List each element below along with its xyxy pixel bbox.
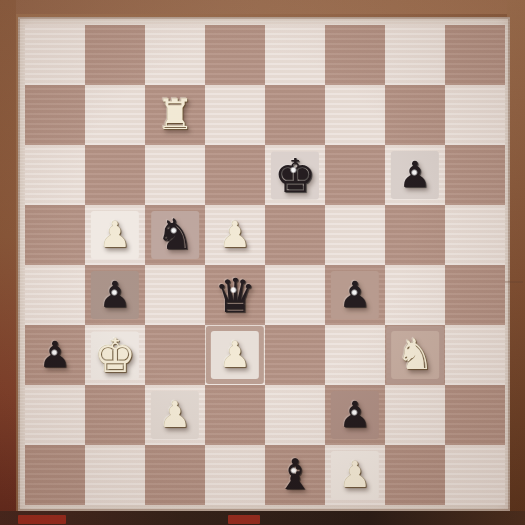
chessboard-photo: ♜♚♟♟♞♟♟♛♟♟♚♟♞♟♟♟♝: [0, 0, 525, 525]
frame-top-edge: [0, 0, 525, 14]
square-c4[interactable]: [145, 265, 205, 325]
square-a2[interactable]: [25, 385, 85, 445]
square-h5[interactable]: [445, 205, 505, 265]
square-h8[interactable]: [445, 25, 505, 85]
square-g8[interactable]: [385, 25, 445, 85]
white-pawn-glyph: ♟: [219, 337, 251, 373]
square-a8[interactable]: [25, 25, 85, 85]
square-g2[interactable]: [385, 385, 445, 445]
frame-red-accent: [228, 515, 260, 524]
square-g4[interactable]: [385, 265, 445, 325]
piece-black-pawn-a3[interactable]: ♟: [39, 337, 71, 373]
piece-black-pawn-f4[interactable]: ♟: [339, 277, 371, 313]
square-b7[interactable]: [85, 85, 145, 145]
piece-white-pawn-c2[interactable]: ♟: [159, 397, 191, 433]
black-pawn-glyph: ♟: [339, 277, 371, 313]
square-h6[interactable]: [445, 145, 505, 205]
white-pawn-glyph: ♟: [99, 217, 131, 253]
square-e8[interactable]: [265, 25, 325, 85]
white-knight-glyph: ♞: [396, 334, 434, 376]
square-g5[interactable]: [385, 205, 445, 265]
piece-white-pawn-d3[interactable]: ♟: [219, 337, 251, 373]
square-c3[interactable]: [145, 325, 205, 385]
square-h4[interactable]: [445, 265, 505, 325]
piece-black-pawn-f2[interactable]: ♟: [339, 397, 371, 433]
piece-white-pawn-b5[interactable]: ♟: [99, 217, 131, 253]
square-c1[interactable]: [145, 445, 205, 505]
square-e3[interactable]: [265, 325, 325, 385]
square-h3[interactable]: [445, 325, 505, 385]
square-f5[interactable]: [325, 205, 385, 265]
black-bishop-glyph: ♝: [276, 454, 314, 496]
square-f3[interactable]: [325, 325, 385, 385]
square-e2[interactable]: [265, 385, 325, 445]
piece-white-pawn-d5[interactable]: ♟: [219, 217, 251, 253]
frame-left-edge: [0, 0, 16, 525]
piece-white-knight-g3[interactable]: ♞: [396, 334, 434, 376]
square-d6[interactable]: [205, 145, 265, 205]
square-a5[interactable]: [25, 205, 85, 265]
square-f7[interactable]: [325, 85, 385, 145]
square-g1[interactable]: [385, 445, 445, 505]
piece-black-pawn-b4[interactable]: ♟: [99, 277, 131, 313]
square-a4[interactable]: [25, 265, 85, 325]
square-a6[interactable]: [25, 145, 85, 205]
piece-black-pawn-g6[interactable]: ♟: [399, 157, 431, 193]
square-e7[interactable]: [265, 85, 325, 145]
white-pawn-glyph: ♟: [159, 397, 191, 433]
square-g7[interactable]: [385, 85, 445, 145]
black-pawn-glyph: ♟: [99, 277, 131, 313]
frame-bottom-edge: [0, 511, 525, 525]
chess-board-grid: [25, 25, 505, 505]
square-h1[interactable]: [445, 445, 505, 505]
square-b2[interactable]: [85, 385, 145, 445]
square-d2[interactable]: [205, 385, 265, 445]
piece-white-rook-c7[interactable]: ♜: [156, 94, 194, 136]
piece-black-knight-c5[interactable]: ♞: [156, 214, 194, 256]
piece-white-pawn-f1[interactable]: ♟: [339, 457, 371, 493]
black-knight-glyph: ♞: [156, 214, 194, 256]
square-a1[interactable]: [25, 445, 85, 505]
black-pawn-glyph: ♟: [399, 157, 431, 193]
square-d1[interactable]: [205, 445, 265, 505]
black-queen-glyph: ♛: [214, 272, 256, 319]
square-c6[interactable]: [145, 145, 205, 205]
piece-black-bishop-e1[interactable]: ♝: [276, 454, 314, 496]
square-b1[interactable]: [85, 445, 145, 505]
square-d8[interactable]: [205, 25, 265, 85]
square-h7[interactable]: [445, 85, 505, 145]
piece-black-king-e6[interactable]: ♚: [274, 152, 316, 199]
piece-white-king-b3[interactable]: ♚: [94, 332, 136, 379]
frame-red-accent: [18, 515, 66, 524]
square-b8[interactable]: [85, 25, 145, 85]
square-e4[interactable]: [265, 265, 325, 325]
white-king-glyph: ♚: [94, 332, 136, 379]
square-a7[interactable]: [25, 85, 85, 145]
square-c8[interactable]: [145, 25, 205, 85]
square-f6[interactable]: [325, 145, 385, 205]
square-e5[interactable]: [265, 205, 325, 265]
square-b6[interactable]: [85, 145, 145, 205]
square-h2[interactable]: [445, 385, 505, 445]
square-d7[interactable]: [205, 85, 265, 145]
square-f8[interactable]: [325, 25, 385, 85]
white-pawn-glyph: ♟: [339, 457, 371, 493]
white-pawn-glyph: ♟: [219, 217, 251, 253]
black-pawn-glyph: ♟: [339, 397, 371, 433]
black-pawn-glyph: ♟: [39, 337, 71, 373]
black-king-glyph: ♚: [274, 152, 316, 199]
piece-black-queen-d4[interactable]: ♛: [214, 272, 256, 319]
white-rook-glyph: ♜: [156, 94, 194, 136]
